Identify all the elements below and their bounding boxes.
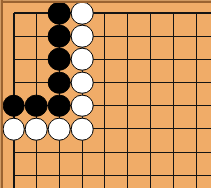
board-cell[interactable] — [139, 71, 162, 94]
board-cell[interactable] — [116, 164, 139, 188]
board-cell[interactable] — [25, 1, 48, 24]
board-cell[interactable] — [25, 164, 48, 188]
board-cell[interactable] — [162, 48, 185, 71]
board-cell[interactable] — [2, 48, 25, 71]
board-cell[interactable] — [162, 117, 185, 140]
white-stone — [71, 25, 94, 48]
board-cell[interactable] — [162, 1, 185, 24]
board-cell[interactable] — [71, 141, 94, 164]
board-cell[interactable] — [48, 1, 71, 24]
board-cell[interactable] — [139, 94, 162, 117]
board-cell[interactable] — [116, 1, 139, 24]
white-stone — [71, 118, 94, 141]
black-stone — [48, 48, 71, 71]
board-cell[interactable] — [71, 48, 94, 71]
board-edge-left — [0, 0, 3, 188]
board-cell[interactable] — [93, 71, 116, 94]
board-cell[interactable] — [93, 94, 116, 117]
board-cell[interactable] — [162, 94, 185, 117]
board-cell[interactable] — [48, 94, 71, 117]
board-cell[interactable] — [185, 1, 211, 24]
board-cell[interactable] — [25, 94, 48, 117]
board-cell[interactable] — [116, 117, 139, 140]
black-stone — [48, 94, 71, 117]
board-cell[interactable] — [2, 25, 25, 48]
go-board-grid — [2, 1, 211, 188]
board-cell[interactable] — [139, 48, 162, 71]
board-cell[interactable] — [93, 48, 116, 71]
board-edge-top — [0, 0, 211, 3]
board-cell[interactable] — [93, 164, 116, 188]
black-stone — [48, 2, 71, 25]
board-cell[interactable] — [71, 25, 94, 48]
board-cell[interactable] — [139, 141, 162, 164]
board-cell[interactable] — [71, 117, 94, 140]
board-cell[interactable] — [25, 48, 48, 71]
board-cell[interactable] — [185, 164, 211, 188]
black-stone — [2, 94, 25, 117]
board-cell[interactable] — [2, 94, 25, 117]
board-cell[interactable] — [2, 141, 25, 164]
board-cell[interactable] — [116, 94, 139, 117]
board-cell[interactable] — [48, 71, 71, 94]
board-cell[interactable] — [93, 1, 116, 24]
board-cell[interactable] — [48, 117, 71, 140]
board-cell[interactable] — [116, 141, 139, 164]
board-cell[interactable] — [116, 25, 139, 48]
board-cell[interactable] — [185, 25, 211, 48]
board-cell[interactable] — [162, 71, 185, 94]
board-cell[interactable] — [2, 164, 25, 188]
board-cell[interactable] — [116, 71, 139, 94]
white-stone — [2, 118, 25, 141]
board-cell[interactable] — [25, 71, 48, 94]
board-cell[interactable] — [139, 1, 162, 24]
board-cell[interactable] — [162, 164, 185, 188]
white-stone — [71, 48, 94, 71]
board-cell[interactable] — [48, 141, 71, 164]
white-stone — [25, 118, 48, 141]
board-cell[interactable] — [139, 117, 162, 140]
board-cell[interactable] — [185, 141, 211, 164]
board-cell[interactable] — [71, 94, 94, 117]
board-cell[interactable] — [2, 1, 25, 24]
board-cell[interactable] — [25, 117, 48, 140]
black-stone — [25, 94, 48, 117]
board-cell[interactable] — [185, 71, 211, 94]
board-cell[interactable] — [93, 141, 116, 164]
board-cell[interactable] — [25, 141, 48, 164]
board-cell[interactable] — [25, 25, 48, 48]
board-cell[interactable] — [2, 71, 25, 94]
board-cell[interactable] — [93, 25, 116, 48]
board-cell[interactable] — [185, 48, 211, 71]
black-stone — [48, 71, 71, 94]
board-cell[interactable] — [48, 25, 71, 48]
white-stone — [48, 118, 71, 141]
board-cell[interactable] — [71, 1, 94, 24]
board-cell[interactable] — [71, 71, 94, 94]
board-cell[interactable] — [2, 117, 25, 140]
white-stone — [71, 71, 94, 94]
board-cell[interactable] — [93, 117, 116, 140]
board-cell[interactable] — [185, 117, 211, 140]
board-cell[interactable] — [116, 48, 139, 71]
board-cell[interactable] — [162, 141, 185, 164]
black-stone — [48, 25, 71, 48]
board-cell[interactable] — [48, 48, 71, 71]
board-cell[interactable] — [139, 164, 162, 188]
go-board-diagram — [0, 0, 211, 188]
board-cell[interactable] — [139, 25, 162, 48]
board-cell[interactable] — [71, 164, 94, 188]
board-cell[interactable] — [48, 164, 71, 188]
white-stone — [71, 2, 94, 25]
board-cell[interactable] — [185, 94, 211, 117]
white-stone — [71, 94, 94, 117]
board-cell[interactable] — [162, 25, 185, 48]
